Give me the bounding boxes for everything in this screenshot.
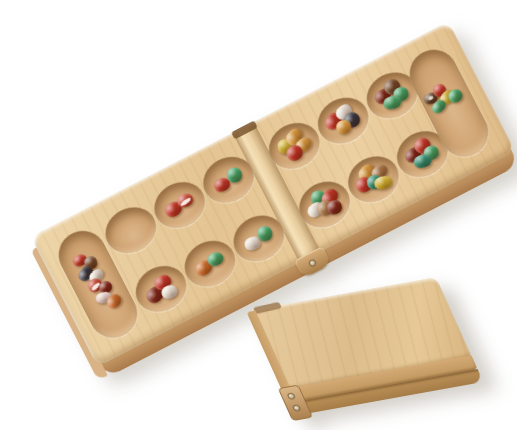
hinge-pin [286,392,296,400]
hinge-pin [292,404,302,412]
hinge-pin [308,258,317,267]
product-photo-canvas [0,0,517,430]
mancala-board-folded [253,277,485,419]
